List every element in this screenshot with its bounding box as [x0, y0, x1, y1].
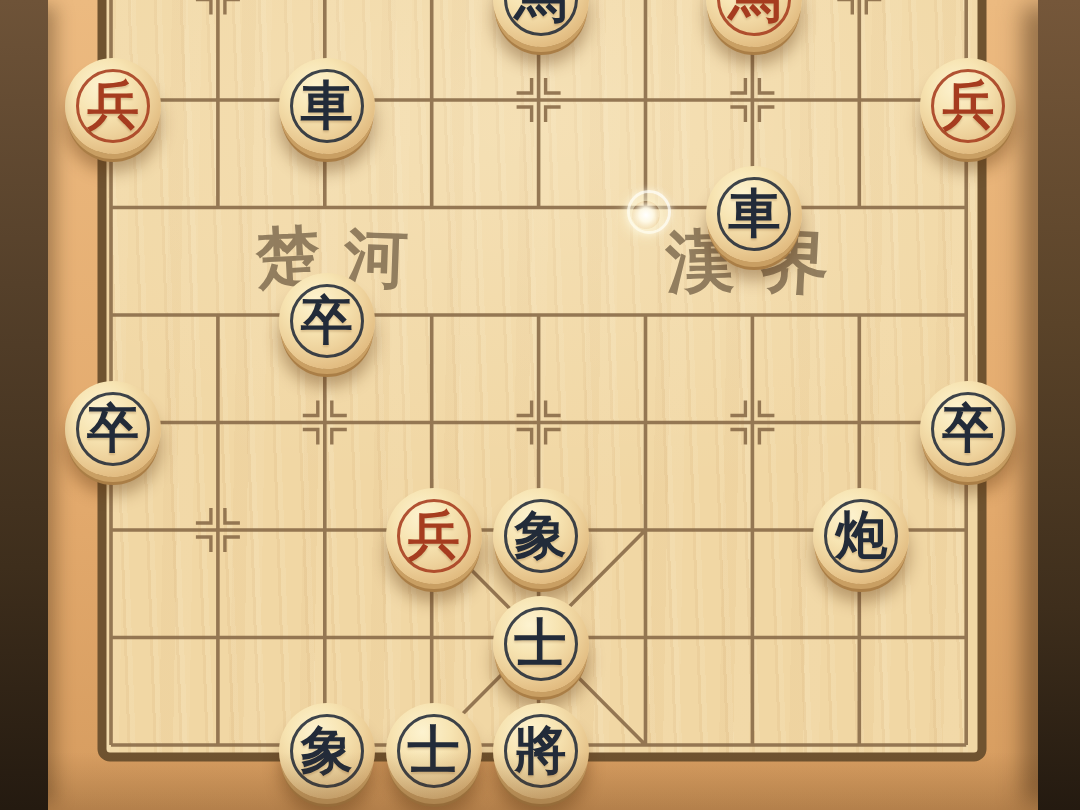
xiangqi-game-screen: 楚 河 漢 界 馬馬兵車兵車卒卒卒兵象炮士象士將 — [0, 0, 1080, 810]
piece-red-horse[interactable]: 馬 — [706, 0, 802, 47]
piece-black-soldier[interactable]: 卒 — [65, 381, 161, 477]
table-wood-left — [0, 0, 48, 810]
piece-glyph: 象 — [279, 703, 375, 799]
table-wood-right — [1038, 0, 1080, 810]
piece-glyph: 車 — [279, 58, 375, 154]
piece-black-elephant[interactable]: 象 — [279, 703, 375, 799]
piece-glyph: 馬 — [493, 0, 589, 47]
piece-black-cannon[interactable]: 炮 — [813, 488, 909, 584]
piece-glyph: 象 — [493, 488, 589, 584]
piece-black-horse[interactable]: 馬 — [493, 0, 589, 47]
piece-black-soldier[interactable]: 卒 — [279, 273, 375, 369]
piece-glyph: 士 — [386, 703, 482, 799]
piece-glyph: 兵 — [65, 58, 161, 154]
piece-red-soldier[interactable]: 兵 — [65, 58, 161, 154]
piece-glyph: 兵 — [386, 488, 482, 584]
piece-black-elephant[interactable]: 象 — [493, 488, 589, 584]
piece-red-soldier[interactable]: 兵 — [386, 488, 482, 584]
piece-red-soldier[interactable]: 兵 — [920, 58, 1016, 154]
piece-black-general[interactable]: 將 — [493, 703, 589, 799]
piece-black-advisor[interactable]: 士 — [386, 703, 482, 799]
piece-glyph: 馬 — [706, 0, 802, 47]
piece-glyph: 卒 — [65, 381, 161, 477]
piece-glyph: 士 — [493, 596, 589, 692]
piece-glyph: 兵 — [920, 58, 1016, 154]
piece-black-soldier[interactable]: 卒 — [920, 381, 1016, 477]
piece-glyph: 將 — [493, 703, 589, 799]
piece-black-chariot[interactable]: 車 — [706, 166, 802, 262]
piece-glyph: 炮 — [813, 488, 909, 584]
piece-glyph: 車 — [706, 166, 802, 262]
piece-glyph: 卒 — [279, 273, 375, 369]
piece-glyph: 卒 — [920, 381, 1016, 477]
piece-black-advisor[interactable]: 士 — [493, 596, 589, 692]
piece-black-chariot[interactable]: 車 — [279, 58, 375, 154]
